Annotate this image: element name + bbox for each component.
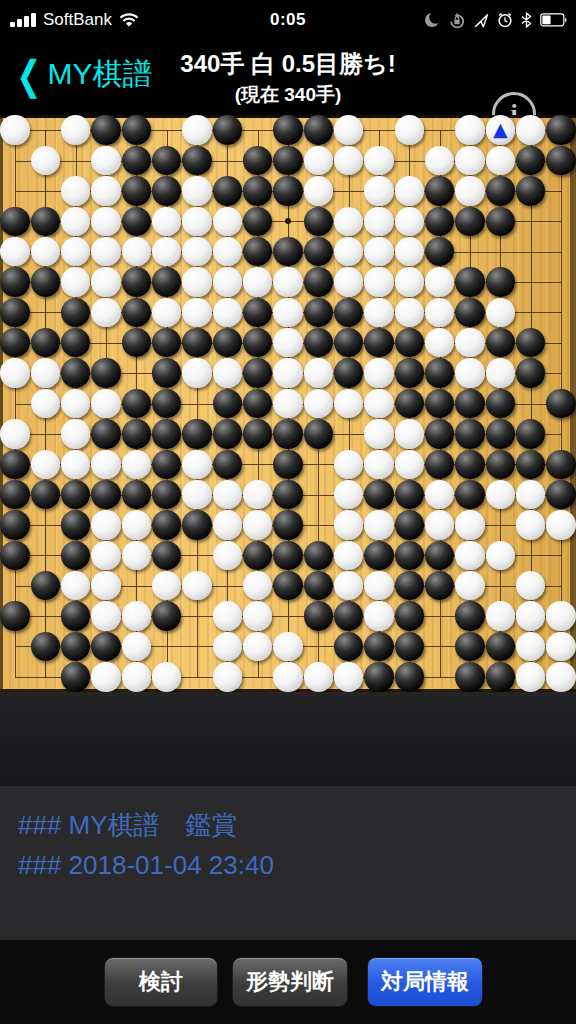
black-stone[interactable]	[425, 419, 454, 448]
white-stone[interactable]	[122, 510, 151, 539]
black-stone[interactable]	[546, 450, 575, 479]
white-stone[interactable]	[364, 571, 393, 600]
white-stone[interactable]	[364, 389, 393, 418]
black-stone[interactable]	[304, 571, 333, 600]
black-stone[interactable]	[31, 571, 60, 600]
black-stone[interactable]	[213, 328, 242, 357]
black-stone[interactable]	[243, 146, 272, 175]
white-stone[interactable]	[516, 662, 545, 691]
black-stone[interactable]	[61, 510, 90, 539]
white-stone[interactable]	[516, 632, 545, 661]
white-stone[interactable]	[91, 541, 120, 570]
white-stone[interactable]	[61, 176, 90, 205]
white-stone[interactable]	[304, 146, 333, 175]
black-stone[interactable]	[334, 328, 363, 357]
white-stone[interactable]	[364, 450, 393, 479]
white-stone[interactable]	[364, 419, 393, 448]
white-stone[interactable]	[395, 267, 424, 296]
black-stone[interactable]	[61, 662, 90, 691]
black-stone[interactable]	[425, 571, 454, 600]
white-stone[interactable]	[395, 237, 424, 266]
black-stone[interactable]	[243, 328, 272, 357]
black-stone[interactable]	[152, 389, 181, 418]
white-stone[interactable]	[273, 358, 302, 387]
black-stone[interactable]	[425, 237, 454, 266]
black-stone[interactable]	[304, 115, 333, 144]
white-stone[interactable]	[0, 358, 29, 387]
black-stone[interactable]	[304, 601, 333, 630]
black-stone[interactable]	[516, 328, 545, 357]
black-stone[interactable]	[425, 541, 454, 570]
white-stone[interactable]	[304, 176, 333, 205]
black-stone[interactable]	[334, 298, 363, 327]
white-stone[interactable]	[243, 267, 272, 296]
black-stone[interactable]	[395, 571, 424, 600]
white-stone[interactable]	[182, 237, 211, 266]
black-stone[interactable]	[273, 115, 302, 144]
black-stone[interactable]	[152, 541, 181, 570]
white-stone[interactable]	[486, 601, 515, 630]
black-stone[interactable]	[122, 389, 151, 418]
white-stone[interactable]	[455, 358, 484, 387]
white-stone[interactable]	[61, 207, 90, 236]
white-stone[interactable]	[364, 298, 393, 327]
white-stone[interactable]	[334, 267, 363, 296]
white-stone[interactable]	[91, 267, 120, 296]
black-stone[interactable]	[425, 176, 454, 205]
white-stone[interactable]	[273, 389, 302, 418]
black-stone[interactable]	[213, 389, 242, 418]
kento-button[interactable]: 検討	[104, 957, 218, 1007]
black-stone[interactable]	[61, 632, 90, 661]
black-stone[interactable]	[152, 146, 181, 175]
black-stone[interactable]	[182, 328, 211, 357]
black-stone[interactable]	[304, 541, 333, 570]
black-stone[interactable]	[152, 328, 181, 357]
black-stone[interactable]	[91, 632, 120, 661]
white-stone[interactable]	[91, 298, 120, 327]
black-stone[interactable]	[455, 419, 484, 448]
black-stone[interactable]	[455, 298, 484, 327]
black-stone[interactable]	[243, 207, 272, 236]
black-stone[interactable]	[31, 328, 60, 357]
black-stone[interactable]	[152, 510, 181, 539]
white-stone[interactable]	[152, 662, 181, 691]
black-stone[interactable]	[273, 480, 302, 509]
black-stone[interactable]	[455, 389, 484, 418]
black-stone[interactable]	[395, 328, 424, 357]
white-stone[interactable]	[364, 176, 393, 205]
white-stone[interactable]	[364, 358, 393, 387]
black-stone[interactable]	[486, 632, 515, 661]
white-stone[interactable]	[182, 450, 211, 479]
white-stone[interactable]	[61, 571, 90, 600]
black-stone[interactable]	[152, 267, 181, 296]
white-stone[interactable]	[122, 541, 151, 570]
white-stone[interactable]	[516, 571, 545, 600]
white-stone[interactable]	[334, 450, 363, 479]
white-stone[interactable]	[182, 571, 211, 600]
black-stone[interactable]	[31, 480, 60, 509]
white-stone[interactable]	[516, 115, 545, 144]
black-stone[interactable]	[182, 510, 211, 539]
black-stone[interactable]	[486, 450, 515, 479]
white-stone[interactable]	[334, 480, 363, 509]
black-stone[interactable]	[364, 541, 393, 570]
white-stone[interactable]	[152, 298, 181, 327]
white-stone[interactable]	[455, 115, 484, 144]
black-stone[interactable]	[61, 328, 90, 357]
taikyoku-joho-button[interactable]: 対局情報	[367, 957, 483, 1007]
white-stone[interactable]	[0, 115, 29, 144]
white-stone[interactable]	[395, 207, 424, 236]
black-stone[interactable]	[122, 146, 151, 175]
black-stone[interactable]	[0, 298, 29, 327]
black-stone[interactable]	[395, 480, 424, 509]
black-stone[interactable]	[0, 207, 29, 236]
black-stone[interactable]	[395, 510, 424, 539]
white-stone[interactable]	[334, 115, 363, 144]
white-stone[interactable]	[425, 298, 454, 327]
black-stone[interactable]	[61, 358, 90, 387]
white-stone[interactable]	[182, 267, 211, 296]
black-stone[interactable]	[334, 632, 363, 661]
white-stone[interactable]	[122, 601, 151, 630]
black-stone[interactable]	[486, 207, 515, 236]
white-stone[interactable]	[91, 662, 120, 691]
black-stone[interactable]	[516, 450, 545, 479]
white-stone[interactable]	[122, 237, 151, 266]
black-stone[interactable]	[546, 146, 575, 175]
white-stone[interactable]	[455, 510, 484, 539]
white-stone[interactable]	[395, 419, 424, 448]
white-stone[interactable]	[213, 237, 242, 266]
white-stone[interactable]	[213, 662, 242, 691]
black-stone[interactable]	[31, 207, 60, 236]
white-stone[interactable]	[425, 267, 454, 296]
white-stone[interactable]	[122, 450, 151, 479]
black-stone[interactable]	[0, 601, 29, 630]
black-stone[interactable]	[182, 146, 211, 175]
white-stone[interactable]	[364, 207, 393, 236]
white-stone[interactable]	[395, 115, 424, 144]
white-stone[interactable]	[486, 480, 515, 509]
black-stone[interactable]	[516, 176, 545, 205]
black-stone[interactable]	[364, 632, 393, 661]
black-stone[interactable]	[273, 571, 302, 600]
white-stone[interactable]	[425, 146, 454, 175]
white-stone[interactable]	[516, 480, 545, 509]
white-stone[interactable]	[91, 176, 120, 205]
white-stone[interactable]	[425, 328, 454, 357]
white-stone[interactable]	[486, 146, 515, 175]
black-stone[interactable]	[0, 328, 29, 357]
black-stone[interactable]	[304, 267, 333, 296]
black-stone[interactable]	[516, 419, 545, 448]
black-stone[interactable]	[364, 328, 393, 357]
keisei-handan-button[interactable]: 形勢判断	[232, 957, 348, 1007]
white-stone[interactable]	[273, 662, 302, 691]
white-stone[interactable]	[91, 389, 120, 418]
white-stone[interactable]	[486, 358, 515, 387]
black-stone[interactable]	[455, 601, 484, 630]
black-stone[interactable]	[455, 632, 484, 661]
black-stone[interactable]	[486, 662, 515, 691]
white-stone[interactable]	[152, 571, 181, 600]
black-stone[interactable]	[152, 601, 181, 630]
white-stone[interactable]	[243, 571, 272, 600]
white-stone[interactable]	[31, 389, 60, 418]
white-stone[interactable]	[61, 237, 90, 266]
white-stone[interactable]	[213, 298, 242, 327]
black-stone[interactable]	[122, 115, 151, 144]
black-stone[interactable]	[243, 237, 272, 266]
black-stone[interactable]	[0, 267, 29, 296]
black-stone[interactable]	[395, 389, 424, 418]
white-stone[interactable]	[395, 298, 424, 327]
black-stone[interactable]	[546, 115, 575, 144]
black-stone[interactable]	[334, 358, 363, 387]
black-stone[interactable]	[122, 328, 151, 357]
black-stone[interactable]	[243, 298, 272, 327]
white-stone[interactable]	[546, 601, 575, 630]
black-stone[interactable]	[91, 480, 120, 509]
white-stone[interactable]	[273, 267, 302, 296]
black-stone[interactable]	[122, 267, 151, 296]
white-stone[interactable]	[182, 176, 211, 205]
white-stone[interactable]	[61, 115, 90, 144]
white-stone[interactable]	[213, 267, 242, 296]
white-stone[interactable]	[91, 237, 120, 266]
black-stone[interactable]	[0, 450, 29, 479]
white-stone[interactable]	[243, 632, 272, 661]
white-stone[interactable]	[31, 358, 60, 387]
black-stone[interactable]	[91, 358, 120, 387]
white-stone[interactable]	[546, 510, 575, 539]
white-stone[interactable]	[334, 146, 363, 175]
black-stone[interactable]	[61, 601, 90, 630]
black-stone[interactable]	[91, 115, 120, 144]
black-stone[interactable]	[395, 358, 424, 387]
white-stone[interactable]	[273, 328, 302, 357]
white-stone[interactable]	[213, 632, 242, 661]
black-stone[interactable]	[425, 450, 454, 479]
black-stone[interactable]	[0, 510, 29, 539]
white-stone[interactable]	[182, 207, 211, 236]
black-stone[interactable]	[455, 480, 484, 509]
black-stone[interactable]	[516, 146, 545, 175]
white-stone[interactable]	[455, 571, 484, 600]
black-stone[interactable]	[304, 298, 333, 327]
black-stone[interactable]	[122, 480, 151, 509]
white-stone[interactable]	[486, 298, 515, 327]
black-stone[interactable]	[364, 662, 393, 691]
white-stone[interactable]	[334, 389, 363, 418]
black-stone[interactable]	[425, 358, 454, 387]
white-stone[interactable]	[425, 510, 454, 539]
white-stone[interactable]	[304, 662, 333, 691]
white-stone[interactable]	[425, 480, 454, 509]
white-stone[interactable]	[546, 632, 575, 661]
black-stone[interactable]	[31, 267, 60, 296]
black-stone[interactable]	[213, 176, 242, 205]
black-stone[interactable]	[304, 207, 333, 236]
white-stone[interactable]	[61, 267, 90, 296]
white-stone[interactable]	[364, 146, 393, 175]
black-stone[interactable]	[395, 632, 424, 661]
white-stone[interactable]	[364, 601, 393, 630]
black-stone[interactable]	[304, 328, 333, 357]
white-stone[interactable]	[334, 662, 363, 691]
white-stone[interactable]	[395, 176, 424, 205]
black-stone[interactable]	[486, 176, 515, 205]
white-stone[interactable]	[516, 510, 545, 539]
black-stone[interactable]	[304, 419, 333, 448]
black-stone[interactable]	[61, 480, 90, 509]
black-stone[interactable]	[243, 389, 272, 418]
white-stone[interactable]	[122, 662, 151, 691]
black-stone[interactable]	[334, 601, 363, 630]
black-stone[interactable]	[273, 146, 302, 175]
black-stone[interactable]	[122, 176, 151, 205]
black-stone[interactable]	[0, 480, 29, 509]
black-stone[interactable]	[122, 419, 151, 448]
white-stone[interactable]	[243, 601, 272, 630]
black-stone[interactable]	[273, 176, 302, 205]
white-stone[interactable]	[91, 510, 120, 539]
black-stone[interactable]	[273, 237, 302, 266]
black-stone[interactable]	[273, 450, 302, 479]
white-stone[interactable]	[455, 176, 484, 205]
white-stone[interactable]	[91, 207, 120, 236]
white-stone[interactable]	[91, 146, 120, 175]
white-stone[interactable]	[273, 632, 302, 661]
white-stone[interactable]	[0, 237, 29, 266]
white-stone[interactable]	[213, 207, 242, 236]
black-stone[interactable]	[455, 267, 484, 296]
white-stone[interactable]	[61, 389, 90, 418]
white-stone[interactable]	[334, 237, 363, 266]
go-board[interactable]: ▲	[0, 115, 576, 692]
black-stone[interactable]	[425, 389, 454, 418]
white-stone[interactable]	[546, 662, 575, 691]
white-stone[interactable]	[334, 571, 363, 600]
white-stone[interactable]	[364, 237, 393, 266]
black-stone[interactable]	[152, 176, 181, 205]
black-stone[interactable]	[546, 480, 575, 509]
white-stone[interactable]	[213, 541, 242, 570]
white-stone[interactable]	[243, 510, 272, 539]
black-stone[interactable]	[273, 419, 302, 448]
white-stone[interactable]	[455, 328, 484, 357]
white-stone[interactable]	[213, 358, 242, 387]
black-stone[interactable]	[61, 541, 90, 570]
black-stone[interactable]	[304, 237, 333, 266]
black-stone[interactable]	[395, 662, 424, 691]
white-stone[interactable]	[213, 480, 242, 509]
black-stone[interactable]	[182, 419, 211, 448]
white-stone[interactable]	[31, 146, 60, 175]
white-stone[interactable]	[364, 510, 393, 539]
white-stone[interactable]	[455, 146, 484, 175]
white-stone[interactable]	[91, 601, 120, 630]
black-stone[interactable]	[486, 419, 515, 448]
black-stone[interactable]	[213, 419, 242, 448]
white-stone[interactable]	[91, 450, 120, 479]
white-stone[interactable]	[61, 419, 90, 448]
black-stone[interactable]	[486, 328, 515, 357]
white-stone[interactable]	[31, 450, 60, 479]
white-stone[interactable]	[213, 510, 242, 539]
white-stone[interactable]	[31, 237, 60, 266]
black-stone[interactable]	[152, 419, 181, 448]
white-stone[interactable]	[0, 419, 29, 448]
black-stone[interactable]	[486, 389, 515, 418]
black-stone[interactable]	[213, 115, 242, 144]
black-stone[interactable]	[122, 298, 151, 327]
white-stone[interactable]	[152, 207, 181, 236]
black-stone[interactable]	[455, 662, 484, 691]
white-stone[interactable]	[213, 601, 242, 630]
black-stone[interactable]	[455, 450, 484, 479]
white-stone[interactable]	[516, 601, 545, 630]
black-stone[interactable]	[273, 510, 302, 539]
white-stone[interactable]	[273, 298, 302, 327]
black-stone[interactable]	[395, 601, 424, 630]
black-stone[interactable]	[152, 480, 181, 509]
white-stone[interactable]	[486, 541, 515, 570]
black-stone[interactable]	[243, 419, 272, 448]
black-stone[interactable]	[213, 450, 242, 479]
white-stone[interactable]	[455, 541, 484, 570]
black-stone[interactable]	[516, 358, 545, 387]
white-stone[interactable]	[304, 389, 333, 418]
white-stone[interactable]	[91, 571, 120, 600]
white-stone[interactable]	[334, 541, 363, 570]
white-stone[interactable]	[334, 207, 363, 236]
black-stone[interactable]	[243, 541, 272, 570]
white-stone[interactable]	[152, 237, 181, 266]
black-stone[interactable]	[546, 389, 575, 418]
black-stone[interactable]	[122, 207, 151, 236]
white-stone[interactable]	[304, 358, 333, 387]
black-stone[interactable]	[486, 267, 515, 296]
white-stone[interactable]	[61, 450, 90, 479]
black-stone[interactable]	[425, 207, 454, 236]
white-stone[interactable]	[182, 480, 211, 509]
black-stone[interactable]	[152, 358, 181, 387]
white-stone[interactable]	[182, 298, 211, 327]
white-stone[interactable]	[182, 358, 211, 387]
white-stone[interactable]	[364, 267, 393, 296]
black-stone[interactable]	[31, 632, 60, 661]
black-stone[interactable]	[61, 298, 90, 327]
white-stone[interactable]	[122, 632, 151, 661]
black-stone[interactable]	[273, 541, 302, 570]
white-stone[interactable]	[334, 510, 363, 539]
white-stone[interactable]	[182, 115, 211, 144]
black-stone[interactable]	[91, 419, 120, 448]
black-stone[interactable]	[243, 176, 272, 205]
black-stone[interactable]	[395, 541, 424, 570]
white-stone[interactable]	[243, 480, 272, 509]
white-stone[interactable]	[395, 450, 424, 479]
black-stone[interactable]	[243, 358, 272, 387]
black-stone[interactable]	[364, 480, 393, 509]
black-stone[interactable]	[0, 541, 29, 570]
black-stone[interactable]	[152, 450, 181, 479]
black-stone[interactable]	[455, 207, 484, 236]
